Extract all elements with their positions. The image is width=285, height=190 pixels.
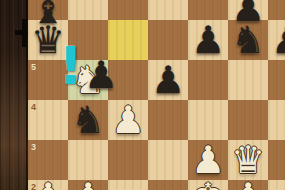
square-g7[interactable] bbox=[268, 0, 285, 20]
piece-white-king-e2[interactable]: ♚ bbox=[188, 177, 228, 190]
piece-white-pawn-c4[interactable]: ♟ bbox=[108, 100, 148, 140]
square-g4[interactable] bbox=[268, 100, 285, 140]
sidebar-wood-panel bbox=[0, 0, 28, 190]
square-d2[interactable] bbox=[148, 180, 188, 190]
piece-black-pawn-d5[interactable]: ♟ bbox=[148, 60, 188, 100]
square-g3[interactable] bbox=[268, 140, 285, 180]
square-c3[interactable] bbox=[108, 140, 148, 180]
piece-black-pawn-moving[interactable]: ♟ bbox=[81, 55, 121, 95]
square-b7[interactable] bbox=[68, 0, 108, 20]
square-e7[interactable] bbox=[188, 0, 228, 20]
square-d4[interactable] bbox=[148, 100, 188, 140]
square-c7[interactable] bbox=[108, 0, 148, 20]
piece-black-knight-f6[interactable]: ♞ bbox=[228, 20, 268, 60]
square-e4[interactable] bbox=[188, 100, 228, 140]
piece-black-pawn-g6[interactable]: ♟ bbox=[268, 20, 285, 60]
piece-white-pawn-e3[interactable]: ♟ bbox=[188, 140, 228, 180]
square-d3[interactable] bbox=[148, 140, 188, 180]
square-d7[interactable] bbox=[148, 0, 188, 20]
piece-black-pawn-e6[interactable]: ♟ bbox=[188, 20, 228, 60]
square-b3[interactable] bbox=[68, 140, 108, 180]
chess-app-screenshot: 5432♝♟♛♟♞♟♞♟♞♟♟♛♟♟♚♟♟ ! bbox=[0, 0, 285, 190]
piece-white-queen-f3[interactable]: ♛ bbox=[228, 140, 268, 180]
square-c2[interactable] bbox=[108, 180, 148, 190]
square-f5[interactable] bbox=[228, 60, 268, 100]
square-e5[interactable] bbox=[188, 60, 228, 100]
square-a3[interactable] bbox=[28, 140, 68, 180]
piece-white-pawn-f2[interactable]: ♟ bbox=[228, 177, 268, 190]
great-move-exclamation-icon: ! bbox=[59, 40, 83, 92]
square-a4[interactable] bbox=[28, 100, 68, 140]
square-f4[interactable] bbox=[228, 100, 268, 140]
piece-black-knight-b4[interactable]: ♞ bbox=[68, 100, 108, 140]
square-g5[interactable] bbox=[268, 60, 285, 100]
square-g2[interactable] bbox=[268, 180, 285, 190]
piece-white-pawn-a2[interactable]: ♟ bbox=[28, 177, 68, 190]
square-d6[interactable] bbox=[148, 20, 188, 60]
piece-white-pawn-b2[interactable]: ♟ bbox=[68, 177, 108, 190]
